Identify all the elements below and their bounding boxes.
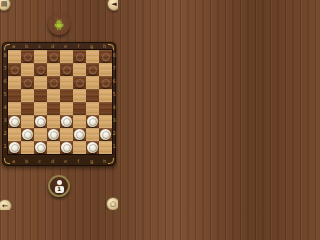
square-e3[interactable] [60,115,73,128]
square-a3[interactable] [8,115,21,128]
square-e4 [60,102,73,115]
ring-icon: ○ [110,201,116,208]
square-e7[interactable] [60,63,73,76]
square-e8 [60,50,73,63]
piece-black[interactable] [48,51,59,62]
square-g4 [86,102,99,115]
piece-black[interactable] [87,64,98,75]
piece-white[interactable] [35,116,46,127]
file-label-b: b [20,158,33,164]
square-h5 [99,89,112,102]
piece-black[interactable] [35,64,46,75]
file-label-e: e [59,158,72,164]
sound-button[interactable]: ◄ [107,0,118,11]
piece-white[interactable] [100,129,111,140]
square-g6 [86,76,99,89]
speaker-icon: ◄ [111,1,116,8]
piece-white[interactable] [9,142,20,153]
square-h7 [99,63,112,76]
file-labels-bottom: abcdefgh [7,155,111,167]
square-f2[interactable] [73,128,86,141]
square-c4 [34,102,47,115]
square-h4[interactable] [99,102,112,115]
square-d2[interactable] [47,128,60,141]
square-c3[interactable] [34,115,47,128]
piece-black[interactable] [100,77,111,88]
square-f5 [73,89,86,102]
square-c1[interactable] [34,141,47,154]
square-f6[interactable] [73,76,86,89]
square-g1[interactable] [86,141,99,154]
piece-black[interactable] [22,51,33,62]
square-f4[interactable] [73,102,86,115]
square-b5 [21,89,34,102]
piece-white[interactable] [48,129,59,140]
square-a6 [8,76,21,89]
square-g3[interactable] [86,115,99,128]
square-d5 [47,89,60,102]
square-c8 [34,50,47,63]
piece-black[interactable] [22,77,33,88]
square-b3 [21,115,34,128]
file-label-d: d [46,158,59,164]
piece-black[interactable] [61,64,72,75]
square-c2 [34,128,47,141]
square-b2[interactable] [21,128,34,141]
square-b7 [21,63,34,76]
square-b4[interactable] [21,102,34,115]
square-b6[interactable] [21,76,34,89]
checkers-board: abcdefgh abcdefgh 87654321 87654321 [2,42,116,166]
left-arrow-icon: ← [2,203,8,210]
square-a8 [8,50,21,63]
square-d6[interactable] [47,76,60,89]
square-d3 [47,115,60,128]
square-a4 [8,102,21,115]
square-e6 [60,76,73,89]
piece-black[interactable] [9,64,20,75]
square-a5[interactable] [8,89,21,102]
file-label-c: c [33,158,46,164]
square-g8 [86,50,99,63]
square-g5[interactable] [86,89,99,102]
piece-black[interactable] [74,77,85,88]
piece-black[interactable] [48,77,59,88]
square-f7 [73,63,86,76]
square-a1[interactable] [8,141,21,154]
square-c7[interactable] [34,63,47,76]
square-f1 [73,141,86,154]
opponent-avatar [48,13,70,35]
player-icon [57,180,62,185]
board-squares [7,49,113,155]
square-g7[interactable] [86,63,99,76]
piece-white[interactable] [87,142,98,153]
back-button[interactable]: ← [0,199,12,210]
square-h6[interactable] [99,76,112,89]
square-c6 [34,76,47,89]
square-b1 [21,141,34,154]
square-h3 [99,115,112,128]
square-a7[interactable] [8,63,21,76]
square-e5[interactable] [60,89,73,102]
menu-button[interactable]: ▤ [0,0,11,11]
player-badge: 1 [48,175,70,197]
square-d8[interactable] [47,50,60,63]
piece-white[interactable] [35,142,46,153]
square-h8[interactable] [99,50,112,63]
piece-white[interactable] [87,116,98,127]
piece-white[interactable] [74,129,85,140]
square-h1 [99,141,112,154]
piece-white[interactable] [9,116,20,127]
menu-icon: ▤ [1,1,8,8]
piece-white[interactable] [61,142,72,153]
piece-white[interactable] [61,116,72,127]
square-e2 [60,128,73,141]
square-a2 [8,128,21,141]
square-d4[interactable] [47,102,60,115]
square-f3 [73,115,86,128]
square-e1[interactable] [60,141,73,154]
file-label-a: a [7,158,20,164]
android-robot-icon [52,17,66,31]
square-b8[interactable] [21,50,34,63]
square-h2[interactable] [99,128,112,141]
options-button[interactable]: ○ [106,197,118,210]
square-f8[interactable] [73,50,86,63]
file-label-f: f [72,158,85,164]
piece-black[interactable] [74,51,85,62]
square-d7 [47,63,60,76]
piece-white[interactable] [22,129,33,140]
player-number: 1 [57,186,61,192]
square-d1 [47,141,60,154]
file-label-h: h [98,158,111,164]
square-c5[interactable] [34,89,47,102]
square-g2 [86,128,99,141]
piece-black[interactable] [100,51,111,62]
file-label-g: g [85,158,98,164]
